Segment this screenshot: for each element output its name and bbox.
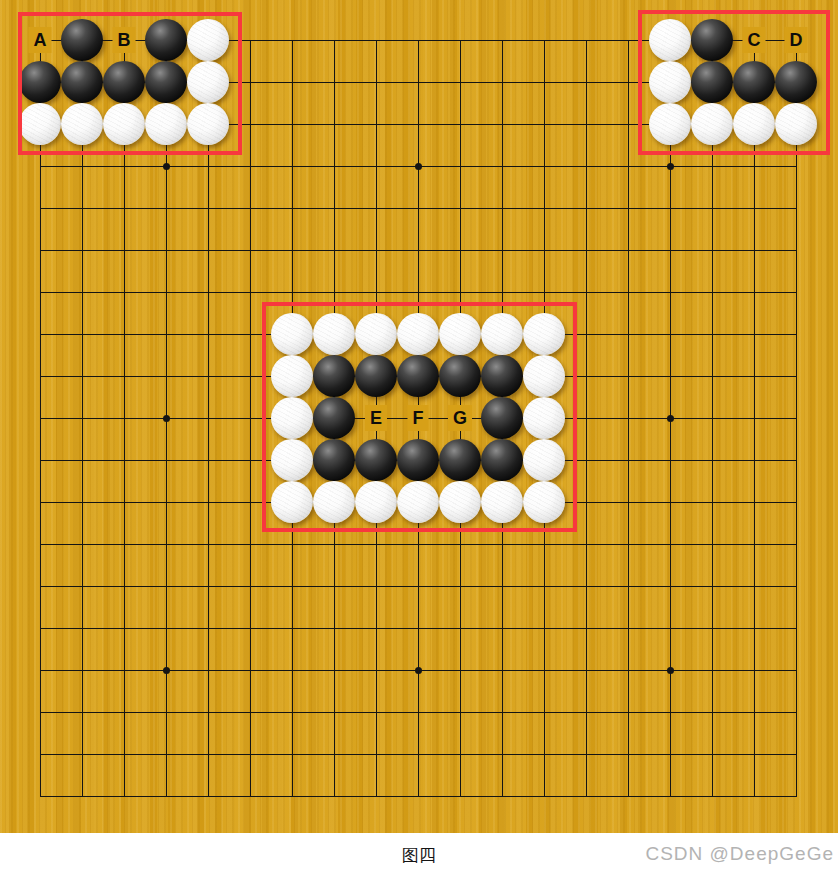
board-cell-18-6[interactable] (733, 229, 775, 271)
board-cell-17-12[interactable] (691, 481, 733, 523)
board-cell-1-13[interactable] (19, 523, 61, 565)
caption-bar: 图四 CSDN @DeepGeGe (0, 833, 838, 876)
board-cell-7-15[interactable] (271, 607, 313, 649)
board-cell-4-11[interactable] (145, 439, 187, 481)
board-cell-14-17[interactable] (565, 691, 607, 733)
board-cell-17-9[interactable] (691, 355, 733, 397)
board-cell-9-1[interactable] (355, 19, 397, 61)
board-cell-8-2[interactable] (313, 61, 355, 103)
board-cell-17-10[interactable] (691, 397, 733, 439)
board-cell-1-19[interactable] (19, 775, 61, 817)
board-cell-8-16[interactable] (313, 649, 355, 691)
board-cell-1-18[interactable] (19, 733, 61, 775)
board-cell-16-12[interactable] (649, 481, 691, 523)
board-cell-1-17[interactable] (19, 691, 61, 733)
board-cell-16-15[interactable] (649, 607, 691, 649)
board-cell-10-2[interactable] (397, 61, 439, 103)
board-cell-19-13[interactable] (775, 523, 817, 565)
board-cell-10-3[interactable] (397, 103, 439, 145)
board-cell-2-9[interactable] (61, 355, 103, 397)
board-cell-15-13[interactable] (607, 523, 649, 565)
board-cell-4-13[interactable] (145, 523, 187, 565)
board-cell-5-16[interactable] (187, 649, 229, 691)
board-cell-13-4[interactable] (523, 145, 565, 187)
board-cell-6-18[interactable] (229, 733, 271, 775)
board-cell-16-10[interactable] (649, 397, 691, 439)
board-cell-12-4[interactable] (481, 145, 523, 187)
board-cell-19-14[interactable] (775, 565, 817, 607)
board-cell-4-9[interactable] (145, 355, 187, 397)
csdn-watermark: CSDN @DeepGeGe (645, 843, 834, 865)
board-cell-15-5[interactable] (607, 187, 649, 229)
board-cell-14-6[interactable] (565, 229, 607, 271)
board-cell-11-19[interactable] (439, 775, 481, 817)
board-cell-9-17[interactable] (355, 691, 397, 733)
board-cell-1-5[interactable] (19, 187, 61, 229)
board-cell-10-15[interactable] (397, 607, 439, 649)
board-cell-16-6[interactable] (649, 229, 691, 271)
board-cell-11-1[interactable] (439, 19, 481, 61)
board-cell-17-16[interactable] (691, 649, 733, 691)
board-cell-1-10[interactable] (19, 397, 61, 439)
board-cell-19-12[interactable] (775, 481, 817, 523)
board-cell-19-6[interactable] (775, 229, 817, 271)
board-cell-18-5[interactable] (733, 187, 775, 229)
board-cell-6-16[interactable] (229, 649, 271, 691)
board-cell-13-3[interactable] (523, 103, 565, 145)
board-cell-12-6[interactable] (481, 229, 523, 271)
board-cell-16-11[interactable] (649, 439, 691, 481)
board-cell-4-12[interactable] (145, 481, 187, 523)
board-cell-19-19[interactable] (775, 775, 817, 817)
highlight-rect-top-right-group (638, 10, 830, 155)
board-cell-1-6[interactable] (19, 229, 61, 271)
go-diagram-page: ABCDEFG 图四 CSDN @DeepGeGe (0, 0, 838, 876)
board-cell-13-14[interactable] (523, 565, 565, 607)
board-cell-19-5[interactable] (775, 187, 817, 229)
board-cell-2-11[interactable] (61, 439, 103, 481)
board-cell-10-1[interactable] (397, 19, 439, 61)
board-cell-12-18[interactable] (481, 733, 523, 775)
board-cell-3-12[interactable] (103, 481, 145, 523)
board-cell-5-10[interactable] (187, 397, 229, 439)
board-cell-17-11[interactable] (691, 439, 733, 481)
board-cell-4-16[interactable] (145, 649, 187, 691)
board-cell-10-17[interactable] (397, 691, 439, 733)
board-cell-6-5[interactable] (229, 187, 271, 229)
board-cell-11-4[interactable] (439, 145, 481, 187)
board-cell-10-14[interactable] (397, 565, 439, 607)
board-cell-6-17[interactable] (229, 691, 271, 733)
board-cell-16-8[interactable] (649, 313, 691, 355)
highlight-rect-center-group (262, 302, 577, 532)
board-cell-9-5[interactable] (355, 187, 397, 229)
board-cell-1-15[interactable] (19, 607, 61, 649)
board-cell-17-13[interactable] (691, 523, 733, 565)
board-cell-18-15[interactable] (733, 607, 775, 649)
board-cell-10-16[interactable] (397, 649, 439, 691)
board-cell-12-19[interactable] (481, 775, 523, 817)
board-cell-12-1[interactable] (481, 19, 523, 61)
board-cell-4-7[interactable] (145, 271, 187, 313)
board-cell-2-15[interactable] (61, 607, 103, 649)
board-cell-18-13[interactable] (733, 523, 775, 565)
board-cell-5-9[interactable] (187, 355, 229, 397)
board-cell-5-7[interactable] (187, 271, 229, 313)
board-cell-14-16[interactable] (565, 649, 607, 691)
board-cell-14-15[interactable] (565, 607, 607, 649)
board-cell-15-10[interactable] (607, 397, 649, 439)
board-cell-15-18[interactable] (607, 733, 649, 775)
board-cell-8-4[interactable] (313, 145, 355, 187)
board-cell-4-6[interactable] (145, 229, 187, 271)
board-cell-2-8[interactable] (61, 313, 103, 355)
board-cell-7-17[interactable] (271, 691, 313, 733)
board-cell-5-6[interactable] (187, 229, 229, 271)
board-cell-8-6[interactable] (313, 229, 355, 271)
board-cell-5-11[interactable] (187, 439, 229, 481)
board-cell-16-5[interactable] (649, 187, 691, 229)
board-cell-15-12[interactable] (607, 481, 649, 523)
board-cell-5-5[interactable] (187, 187, 229, 229)
board-cell-9-6[interactable] (355, 229, 397, 271)
board-cell-6-6[interactable] (229, 229, 271, 271)
board-cell-10-18[interactable] (397, 733, 439, 775)
board-cell-9-4[interactable] (355, 145, 397, 187)
board-cell-7-5[interactable] (271, 187, 313, 229)
board-cell-4-14[interactable] (145, 565, 187, 607)
board-cell-16-14[interactable] (649, 565, 691, 607)
board-cell-17-8[interactable] (691, 313, 733, 355)
board-cell-1-7[interactable] (19, 271, 61, 313)
highlight-rect-top-left-group (18, 12, 242, 155)
board-cell-19-16[interactable] (775, 649, 817, 691)
board-cell-17-5[interactable] (691, 187, 733, 229)
board-cell-16-16[interactable] (649, 649, 691, 691)
board-cell-9-3[interactable] (355, 103, 397, 145)
board-cell-13-6[interactable] (523, 229, 565, 271)
board-cell-12-3[interactable] (481, 103, 523, 145)
board-cell-15-8[interactable] (607, 313, 649, 355)
board-cell-2-18[interactable] (61, 733, 103, 775)
board-cell-11-2[interactable] (439, 61, 481, 103)
board-cell-13-18[interactable] (523, 733, 565, 775)
board-cell-12-16[interactable] (481, 649, 523, 691)
board-cell-4-10[interactable] (145, 397, 187, 439)
board-cell-5-17[interactable] (187, 691, 229, 733)
board-cell-19-11[interactable] (775, 439, 817, 481)
board-cell-7-18[interactable] (271, 733, 313, 775)
board-cell-9-16[interactable] (355, 649, 397, 691)
board-cell-16-18[interactable] (649, 733, 691, 775)
board-cell-7-3[interactable] (271, 103, 313, 145)
board-cell-8-19[interactable] (313, 775, 355, 817)
board-cell-18-16[interactable] (733, 649, 775, 691)
board-cell-17-7[interactable] (691, 271, 733, 313)
board-cell-3-14[interactable] (103, 565, 145, 607)
board-cell-14-5[interactable] (565, 187, 607, 229)
board-cell-9-19[interactable] (355, 775, 397, 817)
board-cell-10-19[interactable] (397, 775, 439, 817)
board-cell-12-15[interactable] (481, 607, 523, 649)
board-cell-18-11[interactable] (733, 439, 775, 481)
board-cell-3-6[interactable] (103, 229, 145, 271)
board-cell-6-14[interactable] (229, 565, 271, 607)
board-cell-6-15[interactable] (229, 607, 271, 649)
board-cell-18-18[interactable] (733, 733, 775, 775)
board-cell-11-15[interactable] (439, 607, 481, 649)
board-cell-15-15[interactable] (607, 607, 649, 649)
board-cell-3-15[interactable] (103, 607, 145, 649)
board-cell-1-14[interactable] (19, 565, 61, 607)
board-cell-4-17[interactable] (145, 691, 187, 733)
board-cell-3-9[interactable] (103, 355, 145, 397)
board-cell-5-8[interactable] (187, 313, 229, 355)
board-cell-13-15[interactable] (523, 607, 565, 649)
board-cell-14-18[interactable] (565, 733, 607, 775)
board-cell-14-14[interactable] (565, 565, 607, 607)
board-cell-17-15[interactable] (691, 607, 733, 649)
board-cell-18-12[interactable] (733, 481, 775, 523)
board-cell-1-16[interactable] (19, 649, 61, 691)
board-cell-11-14[interactable] (439, 565, 481, 607)
board-cell-1-12[interactable] (19, 481, 61, 523)
board-cell-4-18[interactable] (145, 733, 187, 775)
board-cell-12-14[interactable] (481, 565, 523, 607)
board-cell-11-5[interactable] (439, 187, 481, 229)
board-cell-9-15[interactable] (355, 607, 397, 649)
board-cell-7-16[interactable] (271, 649, 313, 691)
board-cell-14-1[interactable] (565, 19, 607, 61)
board-cell-14-4[interactable] (565, 145, 607, 187)
board-cell-18-7[interactable] (733, 271, 775, 313)
board-cell-14-19[interactable] (565, 775, 607, 817)
board-cell-8-5[interactable] (313, 187, 355, 229)
board-cell-7-6[interactable] (271, 229, 313, 271)
board-cell-18-19[interactable] (733, 775, 775, 817)
board-cell-11-18[interactable] (439, 733, 481, 775)
board-cell-8-18[interactable] (313, 733, 355, 775)
board-cell-3-19[interactable] (103, 775, 145, 817)
board-cell-5-14[interactable] (187, 565, 229, 607)
board-cell-2-14[interactable] (61, 565, 103, 607)
board-cell-19-15[interactable] (775, 607, 817, 649)
board-cell-17-14[interactable] (691, 565, 733, 607)
board-cell-18-10[interactable] (733, 397, 775, 439)
board-cell-18-17[interactable] (733, 691, 775, 733)
board-cell-13-19[interactable] (523, 775, 565, 817)
board-cell-8-17[interactable] (313, 691, 355, 733)
board-cell-7-14[interactable] (271, 565, 313, 607)
board-cell-15-14[interactable] (607, 565, 649, 607)
board-cell-17-17[interactable] (691, 691, 733, 733)
board-cell-16-19[interactable] (649, 775, 691, 817)
board-cell-11-17[interactable] (439, 691, 481, 733)
board-cell-15-17[interactable] (607, 691, 649, 733)
board-cell-3-18[interactable] (103, 733, 145, 775)
board-cell-3-5[interactable] (103, 187, 145, 229)
board-cell-19-18[interactable] (775, 733, 817, 775)
board-cell-18-14[interactable] (733, 565, 775, 607)
board-cell-4-15[interactable] (145, 607, 187, 649)
board-cell-17-6[interactable] (691, 229, 733, 271)
board-cell-2-19[interactable] (61, 775, 103, 817)
board-cell-2-17[interactable] (61, 691, 103, 733)
board-cell-8-3[interactable] (313, 103, 355, 145)
board-cell-3-8[interactable] (103, 313, 145, 355)
board-cell-8-14[interactable] (313, 565, 355, 607)
board-cell-7-4[interactable] (271, 145, 313, 187)
board-cell-4-5[interactable] (145, 187, 187, 229)
board-cell-11-16[interactable] (439, 649, 481, 691)
board-cell-6-19[interactable] (229, 775, 271, 817)
board-cell-19-7[interactable] (775, 271, 817, 313)
board-cell-3-16[interactable] (103, 649, 145, 691)
board-cell-3-10[interactable] (103, 397, 145, 439)
board-cell-4-8[interactable] (145, 313, 187, 355)
board-cell-11-3[interactable] (439, 103, 481, 145)
board-cell-9-18[interactable] (355, 733, 397, 775)
board-cell-3-7[interactable] (103, 271, 145, 313)
board-cell-19-8[interactable] (775, 313, 817, 355)
board-cell-8-1[interactable] (313, 19, 355, 61)
board-cell-2-12[interactable] (61, 481, 103, 523)
board-cell-10-5[interactable] (397, 187, 439, 229)
board-cell-3-17[interactable] (103, 691, 145, 733)
board-cell-2-5[interactable] (61, 187, 103, 229)
board-cell-12-5[interactable] (481, 187, 523, 229)
go-board: ABCDEFG (0, 0, 838, 833)
board-cell-2-6[interactable] (61, 229, 103, 271)
board-cell-7-1[interactable] (271, 19, 313, 61)
board-cell-15-6[interactable] (607, 229, 649, 271)
board-cell-4-19[interactable] (145, 775, 187, 817)
board-cell-5-15[interactable] (187, 607, 229, 649)
board-cell-3-11[interactable] (103, 439, 145, 481)
board-cell-13-17[interactable] (523, 691, 565, 733)
board-cell-13-16[interactable] (523, 649, 565, 691)
board-cell-1-9[interactable] (19, 355, 61, 397)
board-cell-19-10[interactable] (775, 397, 817, 439)
board-cell-2-7[interactable] (61, 271, 103, 313)
board-cell-2-10[interactable] (61, 397, 103, 439)
board-cell-5-12[interactable] (187, 481, 229, 523)
board-cell-16-17[interactable] (649, 691, 691, 733)
board-cell-7-19[interactable] (271, 775, 313, 817)
board-cell-13-2[interactable] (523, 61, 565, 103)
board-cell-13-1[interactable] (523, 19, 565, 61)
board-cell-1-8[interactable] (19, 313, 61, 355)
board-cell-1-11[interactable] (19, 439, 61, 481)
board-cell-11-6[interactable] (439, 229, 481, 271)
board-cell-8-15[interactable] (313, 607, 355, 649)
board-cell-13-5[interactable] (523, 187, 565, 229)
board-cell-18-9[interactable] (733, 355, 775, 397)
board-cell-5-13[interactable] (187, 523, 229, 565)
board-cell-14-2[interactable] (565, 61, 607, 103)
board-cell-19-17[interactable] (775, 691, 817, 733)
board-cell-12-17[interactable] (481, 691, 523, 733)
board-cell-5-18[interactable] (187, 733, 229, 775)
board-cell-16-9[interactable] (649, 355, 691, 397)
board-cell-16-7[interactable] (649, 271, 691, 313)
board-cell-15-11[interactable] (607, 439, 649, 481)
board-cell-9-14[interactable] (355, 565, 397, 607)
board-cell-15-16[interactable] (607, 649, 649, 691)
board-cell-9-2[interactable] (355, 61, 397, 103)
board-cell-12-2[interactable] (481, 61, 523, 103)
board-cell-15-7[interactable] (607, 271, 649, 313)
board-cell-15-9[interactable] (607, 355, 649, 397)
board-cell-14-3[interactable] (565, 103, 607, 145)
board-cell-7-2[interactable] (271, 61, 313, 103)
board-cell-18-8[interactable] (733, 313, 775, 355)
board-cell-16-13[interactable] (649, 523, 691, 565)
board-cell-10-4[interactable] (397, 145, 439, 187)
board-cell-2-13[interactable] (61, 523, 103, 565)
board-cell-3-13[interactable] (103, 523, 145, 565)
board-cell-17-19[interactable] (691, 775, 733, 817)
board-cell-17-18[interactable] (691, 733, 733, 775)
board-cell-5-19[interactable] (187, 775, 229, 817)
board-cell-15-19[interactable] (607, 775, 649, 817)
board-cell-2-16[interactable] (61, 649, 103, 691)
board-cell-19-9[interactable] (775, 355, 817, 397)
board-cell-10-6[interactable] (397, 229, 439, 271)
